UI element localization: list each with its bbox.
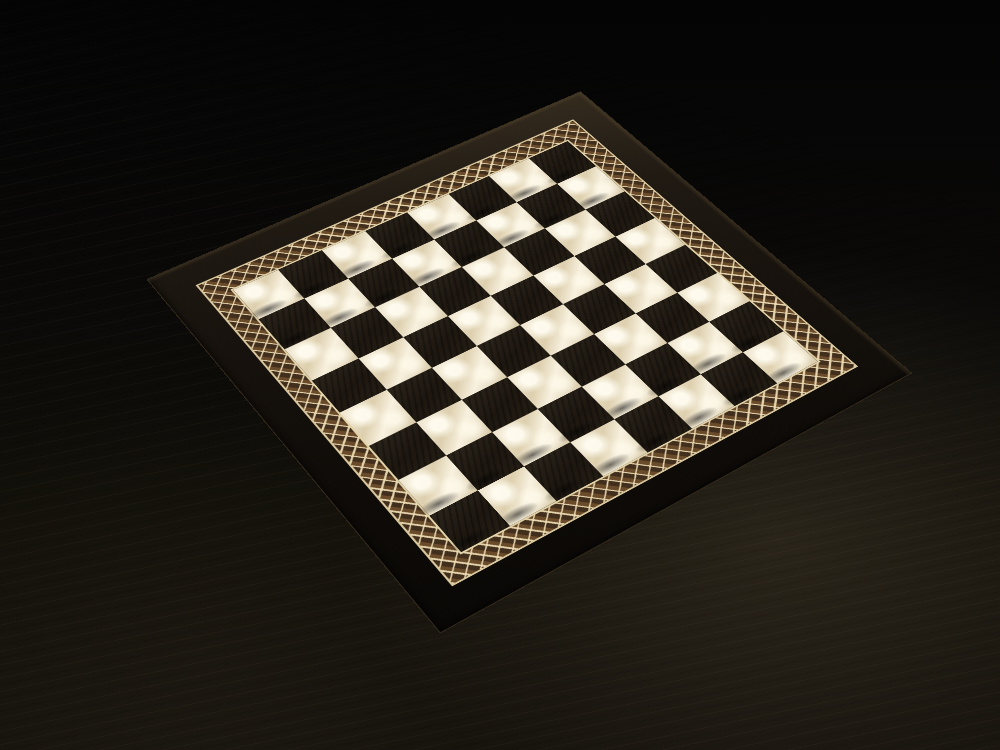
chess-box: ♜♞♝♛♚♝♞♜♟♟♟♟♟♟♟♟♟♟♟♟♟♟♟♟♜♞♝♛♚♝♞♜ bbox=[146, 91, 912, 633]
scene: ♜♞♝♛♚♝♞♜♟♟♟♟♟♟♟♟♟♟♟♟♟♟♟♟♜♞♝♛♚♝♞♜ bbox=[0, 0, 1000, 750]
play-area: ♜♞♝♛♚♝♞♜♟♟♟♟♟♟♟♟♟♟♟♟♟♟♟♟♜♞♝♛♚♝♞♜ bbox=[230, 140, 820, 555]
piece-gold-pawn: ♟ bbox=[253, 274, 358, 336]
piece-silver-rook: ♜ bbox=[425, 459, 541, 537]
chess-board: ♜♞♝♛♚♝♞♜♟♟♟♟♟♟♟♟♟♟♟♟♟♟♟♟♜♞♝♛♚♝♞♜ bbox=[146, 91, 912, 633]
photo-stage: ♜♞♝♛♚♝♞♜♟♟♟♟♟♟♟♟♟♟♟♟♟♟♟♟♜♞♝♛♚♝♞♜ TERRA bbox=[0, 0, 1000, 750]
